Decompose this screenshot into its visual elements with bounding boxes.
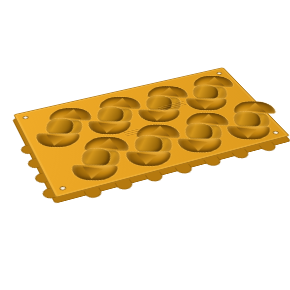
mushroom-cavity-down xyxy=(34,118,82,147)
cap-cone-detail xyxy=(147,110,169,121)
mushroom-cap-cavity xyxy=(227,126,272,139)
mushroom-stem-cavity xyxy=(45,119,74,135)
product-photo xyxy=(0,0,290,290)
underside-bump xyxy=(259,142,279,152)
mushroom-stem-cavity xyxy=(186,123,213,140)
cap-cone-detail xyxy=(187,139,210,151)
cap-cone-detail xyxy=(81,166,106,179)
mushroom-cap-cavity xyxy=(70,165,117,180)
mushroom-stem-cavity xyxy=(97,107,124,123)
underside-bump xyxy=(231,149,251,160)
mushroom-cap-cavity xyxy=(178,139,222,153)
underside-bump xyxy=(175,164,195,175)
cap-cone-detail xyxy=(236,127,260,139)
mushroom-cap-cavity xyxy=(126,152,171,167)
underside-bump xyxy=(203,156,223,167)
mushroom-cavity-down xyxy=(186,85,228,110)
mushroom-cap-cavity xyxy=(34,133,80,147)
mushroom-cap-cavity xyxy=(186,98,227,110)
silicone-mold xyxy=(29,54,269,196)
mushroom-stem-cavity xyxy=(233,112,261,128)
mushroom-cavity-down xyxy=(87,107,131,134)
mushroom-cavity-down xyxy=(226,112,272,140)
mushroom-cavity-down xyxy=(178,123,223,152)
cavity-field xyxy=(23,72,278,190)
mushroom-stem-cavity xyxy=(81,149,111,167)
cap-cone-detail xyxy=(44,134,69,146)
mushroom-stem-cavity xyxy=(135,136,162,153)
cap-cone-detail xyxy=(195,99,217,109)
cap-cone-detail xyxy=(97,122,120,133)
mushroom-cap-cavity xyxy=(138,110,180,123)
mushroom-cavity-down xyxy=(70,148,119,180)
cap-cone-detail xyxy=(136,152,160,165)
mushroom-cavity-down xyxy=(126,136,171,167)
